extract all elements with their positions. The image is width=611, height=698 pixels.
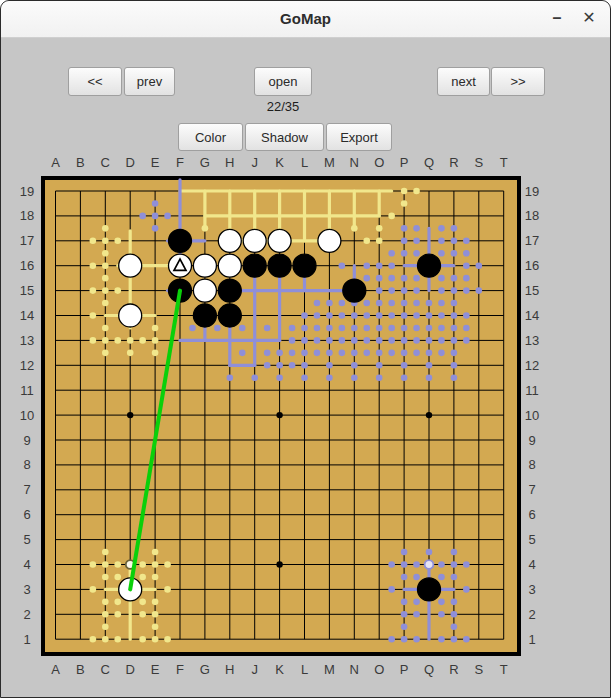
influence-dot-white [164, 561, 171, 568]
influence-dot-black [438, 300, 445, 307]
influence-dot-white [102, 636, 109, 643]
influence-dot-white [90, 586, 97, 593]
influence-dot-black [339, 350, 346, 357]
gomap-window: GoMap – ✕ << prev open next >> 22/35 Col… [0, 0, 611, 698]
col-label-top-B: B [76, 155, 85, 170]
influence-dot-black [152, 225, 159, 232]
influence-dot-white [102, 225, 109, 232]
influence-dot-black [451, 312, 458, 319]
row-label-right-3: 3 [528, 582, 535, 597]
influence-dot-white [90, 262, 97, 269]
influence-dot-black [476, 287, 483, 294]
influence-dot-black [413, 611, 420, 618]
influence-dot-black [314, 325, 321, 332]
influence-dot-black [413, 238, 420, 245]
row-label-left-15: 15 [20, 283, 34, 298]
influence-dot-black [463, 561, 470, 568]
influence-dot-white [114, 561, 121, 568]
col-label-bottom-H: H [225, 662, 234, 677]
influence-dot-black [438, 312, 445, 319]
influence-dot-black [301, 374, 308, 381]
influence-dot-black [164, 213, 171, 220]
influence-dot-white [376, 225, 383, 232]
influence-dot-black [451, 250, 458, 257]
influence-dot-black [388, 561, 395, 568]
col-label-top-R: R [449, 155, 458, 170]
influence-dot-black [289, 325, 296, 332]
stone-black-H15 [218, 279, 241, 302]
row-label-left-18: 18 [20, 208, 34, 223]
influence-dot-white [152, 636, 159, 643]
influence-dot-black [413, 350, 420, 357]
influence-dot-white [90, 287, 97, 294]
row-label-left-13: 13 [20, 333, 34, 348]
influence-dot-black [463, 636, 470, 643]
stone-white-M17 [318, 229, 341, 252]
row-label-right-5: 5 [528, 532, 535, 547]
influence-dot-black [139, 213, 146, 220]
hoshi-K10 [276, 412, 282, 418]
influence-dot-black [214, 325, 221, 332]
influence-dot-black [463, 262, 470, 269]
stone-black-Q3 [418, 578, 441, 601]
influence-dot-black [388, 300, 395, 307]
influence-dot-white [152, 549, 159, 556]
stone-black-G14 [193, 304, 216, 327]
influence-dot-black [376, 350, 383, 357]
influence-dot-black [401, 611, 408, 618]
influence-dot-black [451, 611, 458, 618]
influence-dot-white [90, 636, 97, 643]
influence-dot-black [276, 350, 283, 357]
col-label-bottom-Q: Q [424, 662, 434, 677]
influence-dot-white [114, 611, 121, 618]
influence-dot-black [363, 350, 370, 357]
influence-dot-black [388, 636, 395, 643]
influence-dot-black [326, 312, 333, 319]
influence-dot-white [164, 636, 171, 643]
col-label-top-G: G [200, 155, 210, 170]
influence-dot-black [451, 362, 458, 369]
stone-black-N15 [343, 279, 366, 302]
influence-dot-black [413, 636, 420, 643]
influence-dot-black [426, 337, 433, 344]
influence-dot-black [301, 337, 308, 344]
influence-dot-black [401, 374, 408, 381]
col-label-bottom-B: B [76, 662, 85, 677]
influence-dot-white [164, 586, 171, 593]
influence-dot-black [401, 350, 408, 357]
influence-dot-black [351, 337, 358, 344]
row-label-right-10: 10 [525, 408, 539, 423]
influence-dot-black [426, 325, 433, 332]
influence-dot-black [451, 599, 458, 606]
col-label-top-E: E [151, 155, 160, 170]
influence-dot-black [264, 325, 271, 332]
col-label-bottom-A: A [51, 662, 60, 677]
influence-dot-black [413, 574, 420, 581]
influence-dot-black [451, 225, 458, 232]
influence-dot-black [388, 350, 395, 357]
row-label-left-11: 11 [20, 383, 34, 398]
influence-dot-black [289, 362, 296, 369]
influence-dot-white [363, 238, 370, 245]
influence-dot-black [376, 374, 383, 381]
col-label-bottom-S: S [474, 662, 483, 677]
influence-dot-black [438, 337, 445, 344]
influence-dot-black [363, 337, 370, 344]
influence-dot-black [301, 325, 308, 332]
influence-dot-black [376, 275, 383, 282]
influence-dot-black [351, 374, 358, 381]
influence-dot-black [476, 262, 483, 269]
influence-dot-black [326, 374, 333, 381]
row-label-left-19: 19 [20, 184, 34, 199]
influence-dot-black [438, 599, 445, 606]
influence-dot-white [102, 300, 109, 307]
influence-dot-black [301, 312, 308, 319]
influence-dot-black [401, 238, 408, 245]
col-label-top-C: C [101, 155, 110, 170]
influence-dot-black [401, 561, 408, 568]
influence-dot-black [351, 312, 358, 319]
influence-dot-white [102, 623, 109, 630]
col-label-top-T: T [500, 155, 508, 170]
stone-white-G16 [193, 254, 216, 277]
influence-dot-white [351, 225, 358, 232]
influence-dot-black [401, 623, 408, 630]
influence-dot-white [102, 262, 109, 269]
influence-dot-black [401, 275, 408, 282]
row-label-right-2: 2 [528, 607, 535, 622]
col-label-bottom-J: J [251, 662, 258, 677]
influence-dot-black [401, 287, 408, 294]
influence-dot-black [451, 623, 458, 630]
hoshi-K4 [276, 561, 282, 567]
influence-dot-white [114, 636, 121, 643]
row-label-left-1: 1 [23, 632, 30, 647]
influence-dot-black [189, 325, 196, 332]
influence-dot-black [438, 238, 445, 245]
col-label-bottom-O: O [374, 662, 384, 677]
influence-dot-black [314, 300, 321, 307]
influence-dot-white [152, 623, 159, 630]
influence-dot-black [426, 549, 433, 556]
col-label-top-D: D [126, 155, 135, 170]
col-label-bottom-R: R [449, 662, 458, 677]
influence-dot-black [451, 549, 458, 556]
influence-dot-black [326, 325, 333, 332]
col-label-top-J: J [251, 155, 258, 170]
stone-black-L16 [293, 254, 316, 277]
col-label-bottom-F: F [176, 662, 184, 677]
influence-dot-black [376, 325, 383, 332]
influence-dot-white [102, 238, 109, 245]
influence-dot-black [463, 250, 470, 257]
influence-dot-white [152, 337, 159, 344]
influence-dot-black [289, 350, 296, 357]
influence-dot-black [463, 238, 470, 245]
influence-dot-black [413, 300, 420, 307]
influence-dot-white [388, 213, 395, 220]
row-label-left-7: 7 [23, 482, 30, 497]
influence-dot-black [438, 350, 445, 357]
influence-dot-black [451, 238, 458, 245]
influence-dot-white [152, 599, 159, 606]
influence-dot-black [376, 337, 383, 344]
influence-dot-black [239, 325, 246, 332]
influence-dot-black [363, 312, 370, 319]
influence-dot-black [463, 275, 470, 282]
influence-dot-black [413, 337, 420, 344]
influence-dot-black [451, 287, 458, 294]
influence-dot-black [339, 262, 346, 269]
row-label-left-9: 9 [23, 433, 30, 448]
influence-dot-black [388, 287, 395, 294]
influence-dot-black [388, 250, 395, 257]
row-label-left-2: 2 [23, 607, 30, 622]
col-label-bottom-E: E [151, 662, 160, 677]
influence-dot-black [401, 549, 408, 556]
stone-white-H17 [218, 229, 241, 252]
influence-dot-black [401, 312, 408, 319]
stone-white-D14 [119, 304, 142, 327]
influence-dot-black [351, 350, 358, 357]
influence-dot-white [152, 350, 159, 357]
row-label-left-8: 8 [23, 457, 30, 472]
influence-dot-black [451, 636, 458, 643]
row-label-right-6: 6 [528, 507, 535, 522]
influence-dot-white [139, 574, 146, 581]
influence-dot-black [227, 374, 234, 381]
influence-dot-black [152, 213, 159, 220]
col-label-top-Q: Q [424, 155, 434, 170]
influence-dot-white [413, 188, 420, 195]
influence-dot-white [152, 574, 159, 581]
influence-dot-black [451, 337, 458, 344]
hoshi-D10 [127, 412, 133, 418]
col-label-bottom-T: T [500, 662, 508, 677]
influence-dot-black [463, 325, 470, 332]
influence-dot-black [326, 337, 333, 344]
influence-dot-black [314, 312, 321, 319]
row-label-right-17: 17 [525, 233, 539, 248]
influence-dot-white [401, 200, 408, 207]
influence-dot-black [401, 325, 408, 332]
row-label-left-16: 16 [20, 258, 34, 273]
influence-dot-black [438, 611, 445, 618]
stone-white-H16 [218, 254, 241, 277]
influence-dot-black [376, 287, 383, 294]
row-label-right-13: 13 [525, 333, 539, 348]
influence-dot-black [426, 350, 433, 357]
influence-dot-white [152, 611, 159, 618]
influence-dot-black [376, 312, 383, 319]
influence-dot-black [351, 362, 358, 369]
influence-dot-black [438, 275, 445, 282]
influence-dot-black [451, 574, 458, 581]
influence-dot-black [451, 350, 458, 357]
row-label-left-5: 5 [23, 532, 30, 547]
influence-dot-black [339, 337, 346, 344]
col-label-bottom-N: N [350, 662, 359, 677]
stone-white-J17 [243, 229, 266, 252]
influence-dot-black [438, 636, 445, 643]
row-label-right-1: 1 [528, 632, 535, 647]
influence-dot-black [438, 325, 445, 332]
col-label-bottom-M: M [324, 662, 335, 677]
influence-dot-black [413, 287, 420, 294]
influence-ring-Q4 [425, 560, 434, 569]
influence-dot-black [376, 362, 383, 369]
influence-dot-white [102, 250, 109, 257]
col-label-top-O: O [374, 155, 384, 170]
influence-dot-white [90, 337, 97, 344]
influence-dot-white [139, 611, 146, 618]
row-label-left-3: 3 [23, 582, 30, 597]
influence-dot-white [114, 599, 121, 606]
influence-dot-black [413, 561, 420, 568]
influence-dot-black [401, 300, 408, 307]
influence-dot-black [376, 300, 383, 307]
influence-dot-black [451, 275, 458, 282]
influence-dot-black [339, 312, 346, 319]
influence-dot-black [339, 325, 346, 332]
influence-dot-black [301, 350, 308, 357]
influence-dot-black [413, 225, 420, 232]
stone-black-K16 [268, 254, 291, 277]
influence-dot-white [102, 574, 109, 581]
influence-dot-black [413, 275, 420, 282]
stone-white-D16 [119, 254, 142, 277]
influence-dot-white [127, 337, 134, 344]
influence-dot-black [339, 300, 346, 307]
influence-dot-white [152, 561, 159, 568]
influence-dot-white [102, 325, 109, 332]
row-label-right-12: 12 [525, 358, 539, 373]
influence-dot-black [314, 350, 321, 357]
influence-dot-black [351, 325, 358, 332]
influence-dot-black [289, 337, 296, 344]
influence-dot-black [264, 362, 271, 369]
row-label-right-9: 9 [528, 433, 535, 448]
influence-dot-black [314, 337, 321, 344]
influence-dot-white [139, 561, 146, 568]
influence-dot-white [102, 549, 109, 556]
influence-dot-white [139, 636, 146, 643]
influence-dot-black [438, 287, 445, 294]
col-label-bottom-L: L [301, 662, 308, 677]
influence-dot-white [139, 599, 146, 606]
row-label-left-14: 14 [20, 308, 34, 323]
influence-dot-black [363, 275, 370, 282]
influence-dot-white [114, 287, 121, 294]
col-label-bottom-C: C [101, 662, 110, 677]
col-label-top-K: K [275, 155, 284, 170]
col-label-bottom-K: K [275, 662, 284, 677]
influence-dot-black [463, 287, 470, 294]
influence-dot-white [202, 225, 209, 232]
influence-dot-white [102, 275, 109, 282]
row-label-left-17: 17 [20, 233, 34, 248]
stone-black-F17 [169, 229, 192, 252]
influence-dot-black [326, 362, 333, 369]
influence-dot-black [388, 312, 395, 319]
influence-dot-white [102, 599, 109, 606]
influence-dot-black [438, 225, 445, 232]
influence-dot-black [413, 325, 420, 332]
influence-dot-black [401, 362, 408, 369]
influence-dot-black [438, 561, 445, 568]
col-label-top-M: M [324, 155, 335, 170]
board-svg: AABBCCDDEEFFGGHHJJKKLLMMNNOOPPQQRRSSTT19… [1, 1, 611, 698]
influence-dot-white [401, 188, 408, 195]
influence-dot-white [114, 337, 121, 344]
influence-dot-black [401, 250, 408, 257]
influence-dot-black [451, 561, 458, 568]
influence-dot-white [114, 574, 121, 581]
influence-dot-white [127, 350, 134, 357]
influence-dot-white [102, 611, 109, 618]
row-label-right-11: 11 [525, 383, 539, 398]
col-label-bottom-P: P [400, 662, 409, 677]
go-board: AABBCCDDEEFFGGHHJJKKLLMMNNOOPPQQRRSSTT19… [1, 1, 611, 698]
influence-dot-white [139, 337, 146, 344]
influence-dot-black [401, 599, 408, 606]
influence-dot-black [426, 300, 433, 307]
stone-white-G15 [193, 279, 216, 302]
col-label-top-S: S [474, 155, 483, 170]
stone-black-H14 [218, 304, 241, 327]
influence-dot-black [401, 574, 408, 581]
col-label-top-H: H [225, 155, 234, 170]
influence-dot-black [401, 337, 408, 344]
influence-dot-black [426, 362, 433, 369]
influence-dot-black [463, 586, 470, 593]
row-label-right-18: 18 [525, 208, 539, 223]
stone-white-K17 [268, 229, 291, 252]
influence-dot-white [152, 325, 159, 332]
stone-black-Q16 [418, 254, 441, 277]
influence-dot-black [363, 325, 370, 332]
influence-dot-white [90, 561, 97, 568]
influence-dot-black [326, 300, 333, 307]
influence-dot-black [463, 337, 470, 344]
influence-dot-black [438, 250, 445, 257]
influence-dot-black [413, 250, 420, 257]
influence-dot-black [388, 586, 395, 593]
row-label-left-10: 10 [20, 408, 34, 423]
row-label-left-6: 6 [23, 507, 30, 522]
influence-dot-black [326, 350, 333, 357]
influence-dot-black [363, 300, 370, 307]
influence-dot-black [388, 325, 395, 332]
col-label-bottom-G: G [200, 662, 210, 677]
col-label-bottom-D: D [126, 662, 135, 677]
influence-dot-white [90, 312, 97, 319]
influence-dot-white [102, 287, 109, 294]
row-label-left-12: 12 [20, 358, 34, 373]
influence-dot-white [102, 337, 109, 344]
influence-dot-black [301, 362, 308, 369]
influence-dot-black [152, 200, 159, 207]
col-label-top-P: P [400, 155, 409, 170]
influence-dot-black [413, 312, 420, 319]
row-label-right-19: 19 [525, 184, 539, 199]
influence-dot-black [388, 337, 395, 344]
influence-dot-black [401, 225, 408, 232]
row-label-right-15: 15 [525, 283, 539, 298]
